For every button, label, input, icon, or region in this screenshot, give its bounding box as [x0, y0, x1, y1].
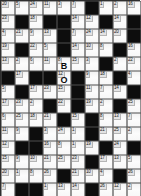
clue-number: 5 [2, 86, 7, 93]
cell-r3c5[interactable]: 14 [71, 43, 85, 57]
cell-r5c9[interactable]: 4 [127, 71, 141, 85]
cell-r8c3[interactable]: 21 [43, 113, 57, 127]
black-cell-r8c4 [57, 113, 71, 127]
cell-r0c7[interactable]: 1 [99, 1, 113, 15]
clue-number: 5 [44, 44, 49, 51]
cell-r5c4[interactable]: 12O [57, 71, 71, 85]
clue-number: 25 [128, 100, 135, 107]
clue-number: 16 [128, 44, 135, 51]
clue-number: 20 [2, 2, 9, 9]
clue-number: 17 [2, 100, 9, 107]
cell-r6c3[interactable]: 23 [43, 85, 57, 99]
cell-r12c1[interactable]: 1 [15, 169, 29, 183]
clue-number: 11 [2, 128, 9, 135]
clue-number: 9 [16, 128, 21, 135]
cell-r11c1[interactable]: 9 [15, 155, 29, 169]
cell-r12c3[interactable]: 26 [43, 169, 57, 183]
clue-number: 2 [16, 58, 21, 65]
black-cell-r5c5 [71, 71, 85, 85]
cell-r11c7[interactable]: 17 [99, 155, 113, 169]
clue-number: 12 [86, 16, 93, 23]
cell-r7c0[interactable]: 17 [1, 99, 15, 113]
cell-r5c6[interactable]: 9 [85, 71, 99, 85]
cell-r11c8[interactable]: 13 [113, 155, 127, 169]
clue-number: 3 [44, 128, 49, 135]
clue-number: 21 [44, 114, 51, 121]
clue-number: 13 [44, 30, 51, 37]
cell-r13c7[interactable]: 26 [99, 183, 113, 196]
clue-number: 17 [16, 72, 23, 79]
black-cell-r10c9 [127, 141, 141, 155]
cell-r2c5[interactable]: 7 [71, 29, 85, 43]
black-cell-r10c1 [15, 141, 29, 155]
starter-letter: O [57, 76, 71, 85]
cell-r4c4[interactable]: 8B [57, 57, 71, 71]
black-cell-r7c3 [43, 99, 57, 113]
clue-number: 1 [72, 142, 77, 149]
clue-number: 26 [128, 170, 135, 177]
cell-r10c0[interactable]: 12 [1, 141, 15, 155]
cell-r9c9[interactable]: 2 [127, 127, 141, 141]
black-cell-r5c2 [29, 71, 43, 85]
black-cell-r0c6 [85, 1, 99, 15]
cell-r8c0[interactable]: 6 [1, 113, 15, 127]
cell-r10c3[interactable]: 16 [43, 141, 57, 155]
clue-number: 23 [16, 100, 23, 107]
clue-number: 13 [114, 114, 121, 121]
clue-number: 9 [16, 156, 21, 163]
clue-number: 21 [72, 170, 79, 177]
clue-number: 22 [58, 100, 65, 107]
cell-r3c2[interactable]: 22 [29, 43, 43, 57]
cell-r4c9[interactable]: 22 [127, 57, 141, 71]
clue-number: 24 [58, 128, 65, 135]
black-cell-r12c8 [113, 169, 127, 183]
clue-number: 4 [128, 72, 133, 79]
cell-r3c9[interactable]: 16 [127, 43, 141, 57]
black-cell-r1c7 [99, 15, 113, 29]
black-cell-r9c2 [29, 127, 43, 141]
cell-r6c8[interactable]: 14 [113, 85, 127, 99]
cell-r12c5[interactable]: 21 [71, 169, 85, 183]
clue-number: 26 [100, 184, 107, 191]
cell-r7c7[interactable]: 2 [99, 99, 113, 113]
cell-r2c8[interactable]: 20 [113, 29, 127, 43]
clue-number: 1 [44, 184, 49, 191]
starter-letter: B [57, 62, 71, 71]
cell-r0c2[interactable]: 24 [29, 1, 43, 15]
cell-r12c6[interactable]: 10 [85, 169, 99, 183]
cell-r9c4[interactable]: 24 [57, 127, 71, 141]
clue-number: 17 [100, 156, 107, 163]
clue-number: 6 [2, 114, 7, 121]
clue-number: 13 [114, 156, 121, 163]
cell-r12c2[interactable]: 8 [29, 169, 43, 183]
cell-r0c0[interactable]: 20 [1, 1, 15, 15]
clue-number: 12 [2, 142, 9, 149]
cell-r13c3[interactable]: 1 [43, 183, 57, 196]
black-cell-r5c8 [113, 71, 127, 85]
black-cell-r11c6 [85, 155, 99, 169]
clue-number: 7 [72, 2, 77, 9]
cell-r0c4[interactable]: 3 [57, 1, 71, 15]
cell-r4c0[interactable]: 13 [1, 57, 15, 71]
cell-r11c5[interactable]: 23 [71, 155, 85, 169]
cell-r1c8[interactable]: 14 [113, 15, 127, 29]
clue-number: 8 [58, 142, 63, 149]
cell-r4c2[interactable]: 6 [29, 57, 43, 71]
clue-number: 14 [114, 86, 121, 93]
clue-number: 13 [58, 184, 65, 191]
clue-number: 7 [128, 114, 133, 121]
clue-number: 5 [128, 156, 133, 163]
cell-r13c4[interactable]: 13 [57, 183, 71, 196]
clue-number: 19 [86, 100, 93, 107]
cell-r0c8[interactable]: 2 [113, 1, 127, 15]
cell-r3c0[interactable]: 19 [1, 43, 15, 57]
cell-r12c7[interactable]: 4 [99, 169, 113, 183]
black-cell-r9c6 [85, 127, 99, 141]
cell-r8c7[interactable]: 8 [99, 113, 113, 127]
clue-number: 10 [86, 170, 93, 177]
black-cell-r13c1 [15, 183, 29, 196]
cell-r3c6[interactable]: 10 [85, 43, 99, 57]
clue-number: 15 [2, 156, 9, 163]
clue-number: 22 [30, 44, 37, 51]
black-cell-r3c4 [57, 43, 71, 57]
cell-r5c1[interactable]: 17 [15, 71, 29, 85]
clue-number: 16 [128, 2, 135, 9]
cell-r8c1[interactable]: 25 [15, 113, 29, 127]
clue-number: 10 [86, 44, 93, 51]
clue-number: 5 [16, 2, 21, 9]
clue-number: 24 [30, 2, 37, 9]
clue-number: 24 [86, 30, 93, 37]
clue-number: 22 [128, 58, 135, 65]
cell-r6c6[interactable]: 11 [85, 85, 99, 99]
cell-r10c8[interactable]: 24 [113, 141, 127, 155]
cell-r3c7[interactable]: 8 [99, 43, 113, 57]
cell-r11c4[interactable]: 25 [57, 155, 71, 169]
black-cell-r1c1 [15, 15, 29, 29]
clue-number: 14 [72, 44, 79, 51]
clue-number: 25 [114, 128, 121, 135]
cell-r2c1[interactable]: 21 [15, 29, 29, 43]
clue-number: 18 [30, 16, 37, 23]
cell-r10c5[interactable]: 1 [71, 141, 85, 155]
cell-r12c9[interactable]: 26 [127, 169, 141, 183]
clue-number: 8 [100, 114, 105, 121]
black-cell-r2c4 [57, 29, 71, 43]
black-cell-r1c3 [43, 15, 57, 29]
cell-r13c8[interactable]: 12 [113, 183, 127, 196]
clue-number: 2 [114, 58, 119, 65]
clue-number: 15 [58, 86, 65, 93]
clue-number: 11 [44, 2, 51, 9]
clue-number: 21 [44, 156, 51, 163]
cell-r3c3[interactable]: 5 [43, 43, 57, 57]
clue-number: 23 [72, 156, 79, 163]
clue-number: 25 [16, 114, 23, 121]
clue-number: 11 [44, 58, 51, 65]
clue-number: 20 [2, 170, 9, 177]
clue-number: 2 [30, 100, 35, 107]
cell-r6c0[interactable]: 5 [1, 85, 15, 99]
cell-r11c9[interactable]: 5 [127, 155, 141, 169]
black-cell-r6c9 [127, 85, 141, 99]
clue-number: 21 [16, 30, 23, 37]
black-cell-r6c5 [71, 85, 85, 99]
black-cell-r5c3 [43, 71, 57, 85]
cell-r11c3[interactable]: 21 [43, 155, 57, 169]
black-cell-r8c6 [85, 113, 99, 127]
clue-number: 26 [44, 170, 51, 177]
cell-r1c0[interactable]: 23 [1, 15, 15, 29]
clue-number: 12 [114, 184, 121, 191]
clue-number: 23 [2, 16, 9, 23]
cell-r7c6[interactable]: 19 [85, 99, 99, 113]
clue-number: 15 [72, 58, 79, 65]
cell-r6c2[interactable]: 17 [29, 85, 43, 99]
clue-number: 7 [72, 30, 77, 37]
cell-r13c0[interactable]: 7 [1, 183, 15, 196]
clue-number: 7 [2, 184, 7, 191]
clue-number: 19 [86, 142, 93, 149]
cell-r9c1[interactable]: 9 [15, 127, 29, 141]
black-cell-r2c9 [127, 29, 141, 43]
cell-r1c6[interactable]: 12 [85, 15, 99, 29]
cell-r2c6[interactable]: 24 [85, 29, 99, 43]
clue-number: 14 [100, 30, 107, 37]
black-cell-r13c6 [85, 183, 99, 196]
cell-r12c0[interactable]: 20 [1, 169, 15, 183]
cell-r1c2[interactable]: 18 [29, 15, 43, 29]
clue-number: 4 [100, 170, 105, 177]
cell-r9c8[interactable]: 25 [113, 127, 127, 141]
cell-r7c1[interactable]: 23 [15, 99, 29, 113]
cell-r2c3[interactable]: 13 [43, 29, 57, 43]
clue-number: 15 [72, 114, 79, 121]
black-cell-r1c9 [127, 15, 141, 29]
cell-r0c3[interactable]: 11 [43, 1, 57, 15]
clue-number: 2 [128, 128, 133, 135]
clue-number: 11 [86, 86, 93, 93]
cell-r4c3[interactable]: 11 [43, 57, 57, 71]
clue-number: 20 [114, 30, 121, 37]
clue-number: 14 [72, 16, 79, 23]
black-cell-r10c2 [29, 141, 43, 155]
clue-number: 21 [100, 128, 107, 135]
clue-number: 8 [30, 170, 35, 177]
clue-number: 3 [86, 58, 91, 65]
cell-r6c7[interactable]: 7 [99, 85, 113, 99]
cell-r4c5[interactable]: 15 [71, 57, 85, 71]
clue-number: 25 [58, 156, 65, 163]
cell-r0c1[interactable]: 5 [15, 1, 29, 15]
codeword-board: 2052411371216231814121442191372414201922… [0, 0, 140, 196]
cell-r6c4[interactable]: 15 [57, 85, 71, 99]
clue-number: 18 [100, 72, 107, 79]
clue-number: 1 [72, 128, 77, 135]
clue-number: 13 [2, 58, 9, 65]
clue-number: 9 [30, 30, 35, 37]
cell-r0c5[interactable]: 7 [71, 1, 85, 15]
black-cell-r6c1 [15, 85, 29, 99]
clue-number: 16 [44, 142, 51, 149]
cell-r1c5[interactable]: 14 [71, 15, 85, 29]
clue-number: 6 [30, 58, 35, 65]
black-cell-r7c5 [71, 99, 85, 113]
cell-r7c2[interactable]: 2 [29, 99, 43, 113]
clue-number: 9 [86, 72, 91, 79]
cell-r0c9[interactable]: 16 [127, 1, 141, 15]
cell-r5c7[interactable]: 18 [99, 71, 113, 85]
cell-r2c0[interactable]: 4 [1, 29, 15, 43]
cell-r8c2[interactable]: 18 [29, 113, 43, 127]
clue-number: 14 [72, 184, 79, 191]
cell-r10c4[interactable]: 8 [57, 141, 71, 155]
black-cell-r13c2 [29, 183, 43, 196]
cell-r8c5[interactable]: 15 [71, 113, 85, 127]
clue-number: 1 [100, 2, 105, 9]
clue-number: 2 [100, 100, 105, 107]
cell-r2c2[interactable]: 9 [29, 29, 43, 43]
black-cell-r3c1 [15, 43, 29, 57]
clue-number: 18 [30, 114, 37, 121]
clue-number: 14 [114, 16, 121, 23]
black-cell-r12c4 [57, 169, 71, 183]
clue-number: 17 [30, 86, 37, 93]
cell-r7c4[interactable]: 22 [57, 99, 71, 113]
cell-r2c7[interactable]: 14 [99, 29, 113, 43]
cell-r4c1[interactable]: 2 [15, 57, 29, 71]
cell-r9c7[interactable]: 21 [99, 127, 113, 141]
clue-number: 1 [16, 170, 21, 177]
black-cell-r7c8 [113, 99, 127, 113]
cell-r13c9[interactable]: 2 [127, 183, 141, 196]
cell-r10c6[interactable]: 19 [85, 141, 99, 155]
cell-r7c9[interactable]: 25 [127, 99, 141, 113]
clue-number: 4 [2, 30, 7, 37]
clue-number: 24 [114, 142, 121, 149]
black-cell-r5c0 [1, 71, 15, 85]
clue-number: 19 [2, 44, 9, 51]
cell-r11c2[interactable]: 10 [29, 155, 43, 169]
black-cell-r3c8 [113, 43, 127, 57]
clue-number: 7 [100, 86, 105, 93]
cell-r11c0[interactable]: 15 [1, 155, 15, 169]
cell-r8c8[interactable]: 13 [113, 113, 127, 127]
black-cell-r10c7 [99, 141, 113, 155]
cell-r13c5[interactable]: 14 [71, 183, 85, 196]
clue-number: 23 [44, 86, 51, 93]
clue-number: 2 [128, 184, 133, 191]
cell-r4c8[interactable]: 2 [113, 57, 127, 71]
cell-r9c0[interactable]: 11 [1, 127, 15, 141]
clue-number: 10 [30, 156, 37, 163]
cell-r9c3[interactable]: 3 [43, 127, 57, 141]
black-cell-r1c4 [57, 15, 71, 29]
clue-number: 2 [114, 2, 119, 9]
cell-r8c9[interactable]: 7 [127, 113, 141, 127]
clue-number: 3 [58, 2, 63, 9]
cell-r9c5[interactable]: 1 [71, 127, 85, 141]
cell-r4c6[interactable]: 3 [85, 57, 99, 71]
black-cell-r4c7 [99, 57, 113, 71]
clue-number: 8 [100, 44, 105, 51]
